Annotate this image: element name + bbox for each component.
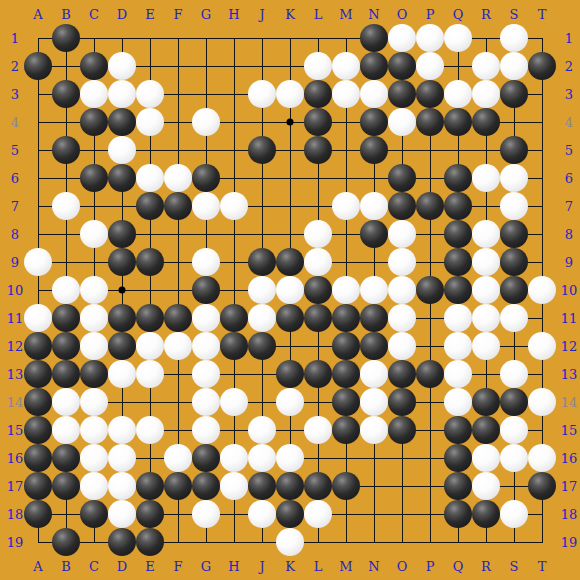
point-G8[interactable] <box>192 220 220 248</box>
point-J2[interactable] <box>248 52 276 80</box>
point-A10[interactable] <box>24 276 52 304</box>
point-J4[interactable] <box>248 108 276 136</box>
point-O3[interactable] <box>388 80 416 108</box>
point-R4[interactable] <box>472 108 500 136</box>
point-M13[interactable] <box>332 360 360 388</box>
point-M11[interactable] <box>332 304 360 332</box>
point-L8[interactable] <box>304 220 332 248</box>
point-L6[interactable] <box>304 164 332 192</box>
point-L1[interactable] <box>304 24 332 52</box>
point-S4[interactable] <box>500 108 528 136</box>
point-T2[interactable] <box>528 52 556 80</box>
point-G16[interactable] <box>192 444 220 472</box>
point-K6[interactable] <box>276 164 304 192</box>
point-F13[interactable] <box>164 360 192 388</box>
point-N10[interactable] <box>360 276 388 304</box>
point-G17[interactable] <box>192 472 220 500</box>
point-H7[interactable] <box>220 192 248 220</box>
point-A2[interactable] <box>24 52 52 80</box>
point-P18[interactable] <box>416 500 444 528</box>
point-C7[interactable] <box>80 192 108 220</box>
point-E8[interactable] <box>136 220 164 248</box>
point-F17[interactable] <box>164 472 192 500</box>
point-Q17[interactable] <box>444 472 472 500</box>
point-R3[interactable] <box>472 80 500 108</box>
point-R5[interactable] <box>472 136 500 164</box>
point-A1[interactable] <box>24 24 52 52</box>
point-A3[interactable] <box>24 80 52 108</box>
point-B5[interactable] <box>52 136 80 164</box>
point-O2[interactable] <box>388 52 416 80</box>
point-N4[interactable] <box>360 108 388 136</box>
point-B8[interactable] <box>52 220 80 248</box>
point-Q12[interactable] <box>444 332 472 360</box>
point-A4[interactable] <box>24 108 52 136</box>
point-P12[interactable] <box>416 332 444 360</box>
point-G14[interactable] <box>192 388 220 416</box>
point-D4[interactable] <box>108 108 136 136</box>
point-N16[interactable] <box>360 444 388 472</box>
point-P11[interactable] <box>416 304 444 332</box>
point-N18[interactable] <box>360 500 388 528</box>
point-G13[interactable] <box>192 360 220 388</box>
point-D2[interactable] <box>108 52 136 80</box>
point-H12[interactable] <box>220 332 248 360</box>
point-D16[interactable] <box>108 444 136 472</box>
point-F18[interactable] <box>164 500 192 528</box>
point-S16[interactable] <box>500 444 528 472</box>
point-O9[interactable] <box>388 248 416 276</box>
point-N3[interactable] <box>360 80 388 108</box>
point-E7[interactable] <box>136 192 164 220</box>
point-E13[interactable] <box>136 360 164 388</box>
point-R15[interactable] <box>472 416 500 444</box>
point-F19[interactable] <box>164 528 192 556</box>
point-P1[interactable] <box>416 24 444 52</box>
point-O14[interactable] <box>388 388 416 416</box>
point-D14[interactable] <box>108 388 136 416</box>
point-H13[interactable] <box>220 360 248 388</box>
point-L3[interactable] <box>304 80 332 108</box>
point-M16[interactable] <box>332 444 360 472</box>
point-K12[interactable] <box>276 332 304 360</box>
point-R9[interactable] <box>472 248 500 276</box>
point-C3[interactable] <box>80 80 108 108</box>
point-L16[interactable] <box>304 444 332 472</box>
point-S19[interactable] <box>500 528 528 556</box>
point-C14[interactable] <box>80 388 108 416</box>
point-H9[interactable] <box>220 248 248 276</box>
point-T3[interactable] <box>528 80 556 108</box>
point-T9[interactable] <box>528 248 556 276</box>
point-Q8[interactable] <box>444 220 472 248</box>
point-M4[interactable] <box>332 108 360 136</box>
point-N8[interactable] <box>360 220 388 248</box>
point-R16[interactable] <box>472 444 500 472</box>
point-O18[interactable] <box>388 500 416 528</box>
point-E19[interactable] <box>136 528 164 556</box>
point-S9[interactable] <box>500 248 528 276</box>
point-T5[interactable] <box>528 136 556 164</box>
point-N12[interactable] <box>360 332 388 360</box>
point-Q6[interactable] <box>444 164 472 192</box>
point-K17[interactable] <box>276 472 304 500</box>
point-B7[interactable] <box>52 192 80 220</box>
point-M6[interactable] <box>332 164 360 192</box>
point-K5[interactable] <box>276 136 304 164</box>
point-P17[interactable] <box>416 472 444 500</box>
point-S17[interactable] <box>500 472 528 500</box>
point-K16[interactable] <box>276 444 304 472</box>
point-B12[interactable] <box>52 332 80 360</box>
point-K7[interactable] <box>276 192 304 220</box>
point-C10[interactable] <box>80 276 108 304</box>
point-B13[interactable] <box>52 360 80 388</box>
point-N2[interactable] <box>360 52 388 80</box>
point-O12[interactable] <box>388 332 416 360</box>
point-J3[interactable] <box>248 80 276 108</box>
point-S11[interactable] <box>500 304 528 332</box>
point-C1[interactable] <box>80 24 108 52</box>
point-Q7[interactable] <box>444 192 472 220</box>
point-L15[interactable] <box>304 416 332 444</box>
point-T16[interactable] <box>528 444 556 472</box>
point-J1[interactable] <box>248 24 276 52</box>
point-G19[interactable] <box>192 528 220 556</box>
point-R11[interactable] <box>472 304 500 332</box>
point-A12[interactable] <box>24 332 52 360</box>
point-T14[interactable] <box>528 388 556 416</box>
point-J6[interactable] <box>248 164 276 192</box>
point-M7[interactable] <box>332 192 360 220</box>
point-K13[interactable] <box>276 360 304 388</box>
point-K14[interactable] <box>276 388 304 416</box>
point-P14[interactable] <box>416 388 444 416</box>
point-J13[interactable] <box>248 360 276 388</box>
point-R6[interactable] <box>472 164 500 192</box>
point-H5[interactable] <box>220 136 248 164</box>
point-B6[interactable] <box>52 164 80 192</box>
point-P19[interactable] <box>416 528 444 556</box>
point-K18[interactable] <box>276 500 304 528</box>
point-T8[interactable] <box>528 220 556 248</box>
point-J7[interactable] <box>248 192 276 220</box>
point-M15[interactable] <box>332 416 360 444</box>
point-J14[interactable] <box>248 388 276 416</box>
point-F12[interactable] <box>164 332 192 360</box>
point-H15[interactable] <box>220 416 248 444</box>
point-J11[interactable] <box>248 304 276 332</box>
point-A9[interactable] <box>24 248 52 276</box>
point-P9[interactable] <box>416 248 444 276</box>
point-A7[interactable] <box>24 192 52 220</box>
point-R17[interactable] <box>472 472 500 500</box>
point-P6[interactable] <box>416 164 444 192</box>
point-F11[interactable] <box>164 304 192 332</box>
point-J16[interactable] <box>248 444 276 472</box>
point-Q3[interactable] <box>444 80 472 108</box>
point-P16[interactable] <box>416 444 444 472</box>
point-L18[interactable] <box>304 500 332 528</box>
point-K4[interactable] <box>276 108 304 136</box>
point-S8[interactable] <box>500 220 528 248</box>
point-T11[interactable] <box>528 304 556 332</box>
point-G18[interactable] <box>192 500 220 528</box>
point-E10[interactable] <box>136 276 164 304</box>
point-D17[interactable] <box>108 472 136 500</box>
point-B16[interactable] <box>52 444 80 472</box>
point-B2[interactable] <box>52 52 80 80</box>
point-K1[interactable] <box>276 24 304 52</box>
point-K3[interactable] <box>276 80 304 108</box>
point-D9[interactable] <box>108 248 136 276</box>
point-T4[interactable] <box>528 108 556 136</box>
point-C18[interactable] <box>80 500 108 528</box>
point-R18[interactable] <box>472 500 500 528</box>
point-L9[interactable] <box>304 248 332 276</box>
point-H10[interactable] <box>220 276 248 304</box>
point-M5[interactable] <box>332 136 360 164</box>
point-G15[interactable] <box>192 416 220 444</box>
point-H16[interactable] <box>220 444 248 472</box>
point-H17[interactable] <box>220 472 248 500</box>
point-B17[interactable] <box>52 472 80 500</box>
point-H19[interactable] <box>220 528 248 556</box>
point-O7[interactable] <box>388 192 416 220</box>
point-G11[interactable] <box>192 304 220 332</box>
point-L11[interactable] <box>304 304 332 332</box>
point-F6[interactable] <box>164 164 192 192</box>
point-S7[interactable] <box>500 192 528 220</box>
point-K9[interactable] <box>276 248 304 276</box>
point-N17[interactable] <box>360 472 388 500</box>
point-Q14[interactable] <box>444 388 472 416</box>
point-H11[interactable] <box>220 304 248 332</box>
point-O1[interactable] <box>388 24 416 52</box>
point-C4[interactable] <box>80 108 108 136</box>
point-C16[interactable] <box>80 444 108 472</box>
point-L10[interactable] <box>304 276 332 304</box>
point-M1[interactable] <box>332 24 360 52</box>
point-F2[interactable] <box>164 52 192 80</box>
point-G6[interactable] <box>192 164 220 192</box>
point-A5[interactable] <box>24 136 52 164</box>
point-G5[interactable] <box>192 136 220 164</box>
point-N9[interactable] <box>360 248 388 276</box>
point-K11[interactable] <box>276 304 304 332</box>
point-H18[interactable] <box>220 500 248 528</box>
point-F10[interactable] <box>164 276 192 304</box>
point-A11[interactable] <box>24 304 52 332</box>
point-H3[interactable] <box>220 80 248 108</box>
point-A16[interactable] <box>24 444 52 472</box>
point-L2[interactable] <box>304 52 332 80</box>
point-K8[interactable] <box>276 220 304 248</box>
point-S13[interactable] <box>500 360 528 388</box>
point-G7[interactable] <box>192 192 220 220</box>
point-H4[interactable] <box>220 108 248 136</box>
point-S10[interactable] <box>500 276 528 304</box>
point-E9[interactable] <box>136 248 164 276</box>
point-R2[interactable] <box>472 52 500 80</box>
point-D7[interactable] <box>108 192 136 220</box>
point-S3[interactable] <box>500 80 528 108</box>
point-J19[interactable] <box>248 528 276 556</box>
point-M2[interactable] <box>332 52 360 80</box>
point-R1[interactable] <box>472 24 500 52</box>
point-F14[interactable] <box>164 388 192 416</box>
point-D1[interactable] <box>108 24 136 52</box>
point-T15[interactable] <box>528 416 556 444</box>
point-K19[interactable] <box>276 528 304 556</box>
point-M19[interactable] <box>332 528 360 556</box>
point-M18[interactable] <box>332 500 360 528</box>
point-C17[interactable] <box>80 472 108 500</box>
point-L19[interactable] <box>304 528 332 556</box>
point-B1[interactable] <box>52 24 80 52</box>
point-Q18[interactable] <box>444 500 472 528</box>
point-G10[interactable] <box>192 276 220 304</box>
point-N6[interactable] <box>360 164 388 192</box>
point-K10[interactable] <box>276 276 304 304</box>
point-O5[interactable] <box>388 136 416 164</box>
point-C2[interactable] <box>80 52 108 80</box>
point-N11[interactable] <box>360 304 388 332</box>
point-L14[interactable] <box>304 388 332 416</box>
point-T19[interactable] <box>528 528 556 556</box>
point-B19[interactable] <box>52 528 80 556</box>
point-E12[interactable] <box>136 332 164 360</box>
point-K15[interactable] <box>276 416 304 444</box>
point-D5[interactable] <box>108 136 136 164</box>
point-S14[interactable] <box>500 388 528 416</box>
point-S5[interactable] <box>500 136 528 164</box>
point-G9[interactable] <box>192 248 220 276</box>
point-D18[interactable] <box>108 500 136 528</box>
point-R12[interactable] <box>472 332 500 360</box>
point-L4[interactable] <box>304 108 332 136</box>
point-D15[interactable] <box>108 416 136 444</box>
point-C9[interactable] <box>80 248 108 276</box>
point-M3[interactable] <box>332 80 360 108</box>
point-P4[interactable] <box>416 108 444 136</box>
point-C13[interactable] <box>80 360 108 388</box>
point-E4[interactable] <box>136 108 164 136</box>
point-C15[interactable] <box>80 416 108 444</box>
point-L17[interactable] <box>304 472 332 500</box>
point-C12[interactable] <box>80 332 108 360</box>
point-T7[interactable] <box>528 192 556 220</box>
point-G2[interactable] <box>192 52 220 80</box>
point-P2[interactable] <box>416 52 444 80</box>
point-T1[interactable] <box>528 24 556 52</box>
point-F15[interactable] <box>164 416 192 444</box>
point-K2[interactable] <box>276 52 304 80</box>
point-B15[interactable] <box>52 416 80 444</box>
point-J9[interactable] <box>248 248 276 276</box>
point-A13[interactable] <box>24 360 52 388</box>
point-F1[interactable] <box>164 24 192 52</box>
point-N5[interactable] <box>360 136 388 164</box>
point-J8[interactable] <box>248 220 276 248</box>
point-B14[interactable] <box>52 388 80 416</box>
point-D10[interactable] <box>108 276 136 304</box>
point-D6[interactable] <box>108 164 136 192</box>
point-Q16[interactable] <box>444 444 472 472</box>
point-B18[interactable] <box>52 500 80 528</box>
point-E17[interactable] <box>136 472 164 500</box>
point-R19[interactable] <box>472 528 500 556</box>
point-M8[interactable] <box>332 220 360 248</box>
point-Q10[interactable] <box>444 276 472 304</box>
point-P3[interactable] <box>416 80 444 108</box>
point-D3[interactable] <box>108 80 136 108</box>
point-F5[interactable] <box>164 136 192 164</box>
point-Q13[interactable] <box>444 360 472 388</box>
point-M10[interactable] <box>332 276 360 304</box>
point-C6[interactable] <box>80 164 108 192</box>
point-R7[interactable] <box>472 192 500 220</box>
point-T18[interactable] <box>528 500 556 528</box>
point-F16[interactable] <box>164 444 192 472</box>
point-J12[interactable] <box>248 332 276 360</box>
point-J18[interactable] <box>248 500 276 528</box>
point-S12[interactable] <box>500 332 528 360</box>
point-T6[interactable] <box>528 164 556 192</box>
point-J17[interactable] <box>248 472 276 500</box>
point-F9[interactable] <box>164 248 192 276</box>
point-A6[interactable] <box>24 164 52 192</box>
point-Q15[interactable] <box>444 416 472 444</box>
point-L7[interactable] <box>304 192 332 220</box>
point-E11[interactable] <box>136 304 164 332</box>
point-O17[interactable] <box>388 472 416 500</box>
point-M9[interactable] <box>332 248 360 276</box>
point-T13[interactable] <box>528 360 556 388</box>
point-N1[interactable] <box>360 24 388 52</box>
point-F4[interactable] <box>164 108 192 136</box>
point-G12[interactable] <box>192 332 220 360</box>
point-M14[interactable] <box>332 388 360 416</box>
point-H2[interactable] <box>220 52 248 80</box>
point-H14[interactable] <box>220 388 248 416</box>
point-J15[interactable] <box>248 416 276 444</box>
point-L5[interactable] <box>304 136 332 164</box>
point-O8[interactable] <box>388 220 416 248</box>
point-E2[interactable] <box>136 52 164 80</box>
point-N15[interactable] <box>360 416 388 444</box>
point-O10[interactable] <box>388 276 416 304</box>
point-R8[interactable] <box>472 220 500 248</box>
point-Q1[interactable] <box>444 24 472 52</box>
point-G4[interactable] <box>192 108 220 136</box>
point-S1[interactable] <box>500 24 528 52</box>
point-P7[interactable] <box>416 192 444 220</box>
point-N19[interactable] <box>360 528 388 556</box>
point-B4[interactable] <box>52 108 80 136</box>
point-T12[interactable] <box>528 332 556 360</box>
point-A19[interactable] <box>24 528 52 556</box>
point-M12[interactable] <box>332 332 360 360</box>
point-Q2[interactable] <box>444 52 472 80</box>
point-B11[interactable] <box>52 304 80 332</box>
point-P8[interactable] <box>416 220 444 248</box>
point-C19[interactable] <box>80 528 108 556</box>
point-H8[interactable] <box>220 220 248 248</box>
point-P5[interactable] <box>416 136 444 164</box>
point-R14[interactable] <box>472 388 500 416</box>
point-F8[interactable] <box>164 220 192 248</box>
